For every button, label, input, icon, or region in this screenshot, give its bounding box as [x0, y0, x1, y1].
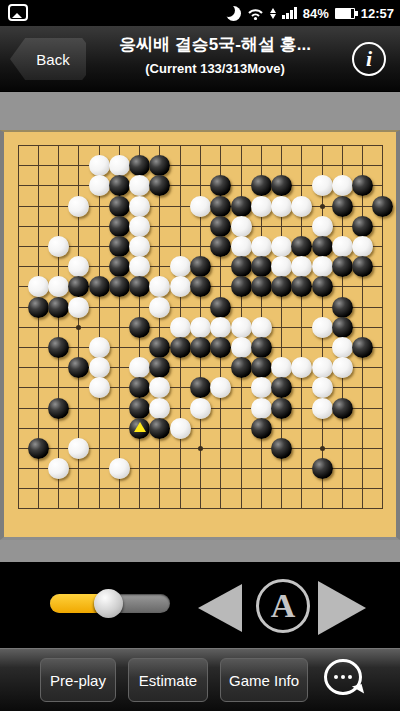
black-stone[interactable] [352, 256, 373, 277]
black-stone[interactable] [312, 458, 333, 479]
star-point [320, 204, 325, 209]
go-board-grid[interactable] [0, 130, 400, 540]
white-stone[interactable] [271, 196, 292, 217]
replay-control-bar: A [0, 562, 400, 648]
white-stone[interactable] [312, 175, 333, 196]
black-stone[interactable] [251, 175, 272, 196]
white-stone[interactable] [210, 317, 231, 338]
black-stone[interactable] [251, 337, 272, 358]
do-not-disturb-moon-icon [226, 6, 241, 21]
white-stone[interactable] [231, 236, 252, 257]
white-stone[interactable] [48, 458, 69, 479]
black-stone[interactable] [332, 256, 353, 277]
white-stone[interactable] [210, 377, 231, 398]
white-stone[interactable] [129, 256, 150, 277]
black-stone[interactable] [170, 337, 191, 358]
white-stone[interactable] [190, 196, 211, 217]
star-point [76, 325, 81, 330]
move-slider[interactable] [50, 594, 170, 613]
black-stone[interactable] [129, 276, 150, 297]
white-stone[interactable] [68, 196, 89, 217]
white-stone[interactable] [332, 175, 353, 196]
white-stone[interactable] [271, 357, 292, 378]
black-stone[interactable] [332, 297, 353, 318]
next-move-button[interactable] [318, 581, 366, 635]
white-stone[interactable] [129, 196, 150, 217]
white-stone[interactable] [129, 236, 150, 257]
black-stone[interactable] [109, 216, 130, 237]
black-stone[interactable] [251, 276, 272, 297]
black-stone[interactable] [231, 357, 252, 378]
black-stone[interactable] [129, 155, 150, 176]
black-stone[interactable] [312, 276, 333, 297]
white-stone[interactable] [231, 337, 252, 358]
black-stone[interactable] [190, 377, 211, 398]
black-stone[interactable] [251, 256, 272, 277]
black-stone[interactable] [129, 418, 150, 439]
white-stone[interactable] [48, 276, 69, 297]
black-stone[interactable] [129, 317, 150, 338]
white-stone[interactable] [170, 276, 191, 297]
white-stone[interactable] [89, 337, 110, 358]
white-stone[interactable] [251, 317, 272, 338]
data-transfer-icon [270, 8, 276, 19]
white-stone[interactable] [89, 155, 110, 176]
white-stone[interactable] [312, 317, 333, 338]
black-stone[interactable] [210, 297, 231, 318]
white-stone[interactable] [68, 297, 89, 318]
black-stone[interactable] [28, 297, 49, 318]
black-stone[interactable] [332, 196, 353, 217]
back-button[interactable]: Back [10, 38, 86, 80]
black-stone[interactable] [251, 418, 272, 439]
black-stone[interactable] [271, 377, 292, 398]
last-move-marker [134, 422, 146, 432]
app-screen: 84% 12:57 Back 응씨배 결승5국-해설 홍... (Current… [0, 0, 400, 711]
black-stone[interactable] [271, 175, 292, 196]
white-stone[interactable] [149, 377, 170, 398]
black-stone[interactable] [352, 337, 373, 358]
white-stone[interactable] [190, 398, 211, 419]
black-stone[interactable] [352, 216, 373, 237]
white-stone[interactable] [109, 155, 130, 176]
auto-play-button[interactable]: A [256, 579, 310, 633]
white-stone[interactable] [149, 398, 170, 419]
white-stone[interactable] [170, 418, 191, 439]
white-stone[interactable] [48, 236, 69, 257]
white-stone[interactable] [312, 377, 333, 398]
board-line-horizontal [18, 488, 383, 489]
white-stone[interactable] [332, 236, 353, 257]
white-stone[interactable] [109, 458, 130, 479]
clock: 12:57 [361, 6, 394, 21]
black-stone[interactable] [231, 256, 252, 277]
page-title: 응씨배 결승5국-해설 홍... [90, 30, 340, 60]
white-stone[interactable] [89, 377, 110, 398]
black-stone[interactable] [291, 236, 312, 257]
black-stone[interactable] [210, 337, 231, 358]
black-stone[interactable] [352, 175, 373, 196]
black-stone[interactable] [210, 175, 231, 196]
white-stone[interactable] [312, 256, 333, 277]
bottom-toolbar: Pre-play Estimate Game Info [0, 648, 400, 711]
black-stone[interactable] [68, 357, 89, 378]
white-stone[interactable] [170, 256, 191, 277]
white-stone[interactable] [68, 438, 89, 459]
black-stone[interactable] [231, 276, 252, 297]
white-stone[interactable] [312, 357, 333, 378]
white-stone[interactable] [251, 398, 272, 419]
black-stone[interactable] [312, 236, 333, 257]
white-stone[interactable] [170, 317, 191, 338]
black-stone[interactable] [48, 297, 69, 318]
black-stone[interactable] [190, 276, 211, 297]
white-stone[interactable] [271, 236, 292, 257]
chat-bubble-icon[interactable] [324, 659, 362, 695]
black-stone[interactable] [109, 236, 130, 257]
game-info-button[interactable]: Game Info [220, 658, 308, 702]
gallery-notification-icon [8, 4, 28, 21]
black-stone[interactable] [271, 398, 292, 419]
black-stone[interactable] [210, 196, 231, 217]
white-stone[interactable] [231, 216, 252, 237]
black-stone[interactable] [68, 276, 89, 297]
wifi-icon [247, 7, 264, 20]
signal-strength-icon [282, 7, 297, 19]
board-line-horizontal [18, 428, 383, 429]
black-stone[interactable] [149, 175, 170, 196]
black-stone[interactable] [48, 337, 69, 358]
white-stone[interactable] [251, 196, 272, 217]
white-stone[interactable] [332, 337, 353, 358]
white-stone[interactable] [291, 256, 312, 277]
star-point [320, 446, 325, 451]
black-stone[interactable] [251, 357, 272, 378]
header-bar: Back 응씨배 결승5국-해설 홍... (Current 133/313Mo… [0, 26, 400, 92]
black-stone[interactable] [190, 256, 211, 277]
white-stone[interactable] [332, 357, 353, 378]
black-stone[interactable] [28, 438, 49, 459]
white-stone[interactable] [291, 196, 312, 217]
black-stone[interactable] [372, 196, 393, 217]
info-icon[interactable]: i [352, 42, 386, 76]
white-stone[interactable] [129, 175, 150, 196]
pre-play-button[interactable]: Pre-play [40, 658, 116, 702]
previous-move-button[interactable] [198, 584, 242, 632]
white-stone[interactable] [231, 317, 252, 338]
black-stone[interactable] [129, 398, 150, 419]
white-stone[interactable] [251, 377, 272, 398]
white-stone[interactable] [28, 276, 49, 297]
white-stone[interactable] [89, 175, 110, 196]
battery-percent: 84% [303, 6, 329, 21]
black-stone[interactable] [149, 418, 170, 439]
battery-icon [335, 8, 355, 19]
white-stone[interactable] [89, 357, 110, 378]
white-stone[interactable] [312, 216, 333, 237]
white-stone[interactable] [352, 236, 373, 257]
star-point [198, 446, 203, 451]
estimate-button[interactable]: Estimate [128, 658, 208, 702]
black-stone[interactable] [271, 276, 292, 297]
status-bar: 84% 12:57 [0, 0, 400, 26]
board-line-horizontal [18, 508, 383, 509]
white-stone[interactable] [149, 276, 170, 297]
black-stone[interactable] [271, 438, 292, 459]
white-stone[interactable] [271, 256, 292, 277]
black-stone[interactable] [332, 398, 353, 419]
white-stone[interactable] [68, 256, 89, 277]
black-stone[interactable] [210, 236, 231, 257]
white-stone[interactable] [291, 357, 312, 378]
black-stone[interactable] [129, 377, 150, 398]
black-stone[interactable] [332, 317, 353, 338]
white-stone[interactable] [149, 297, 170, 318]
black-stone[interactable] [149, 357, 170, 378]
black-stone[interactable] [210, 216, 231, 237]
board-line-vertical [362, 146, 363, 509]
black-stone[interactable] [109, 196, 130, 217]
black-stone[interactable] [48, 398, 69, 419]
move-counter: (Current 133/313Move) [90, 60, 340, 78]
white-stone[interactable] [129, 216, 150, 237]
white-stone[interactable] [129, 357, 150, 378]
black-stone[interactable] [149, 155, 170, 176]
black-stone[interactable] [291, 276, 312, 297]
black-stone[interactable] [231, 196, 252, 217]
white-stone[interactable] [251, 236, 272, 257]
black-stone[interactable] [109, 256, 130, 277]
black-stone[interactable] [89, 276, 110, 297]
white-stone[interactable] [312, 398, 333, 419]
black-stone[interactable] [190, 337, 211, 358]
black-stone[interactable] [109, 175, 130, 196]
move-slider-thumb[interactable] [94, 589, 123, 618]
black-stone[interactable] [149, 337, 170, 358]
black-stone[interactable] [109, 276, 130, 297]
white-stone[interactable] [190, 317, 211, 338]
